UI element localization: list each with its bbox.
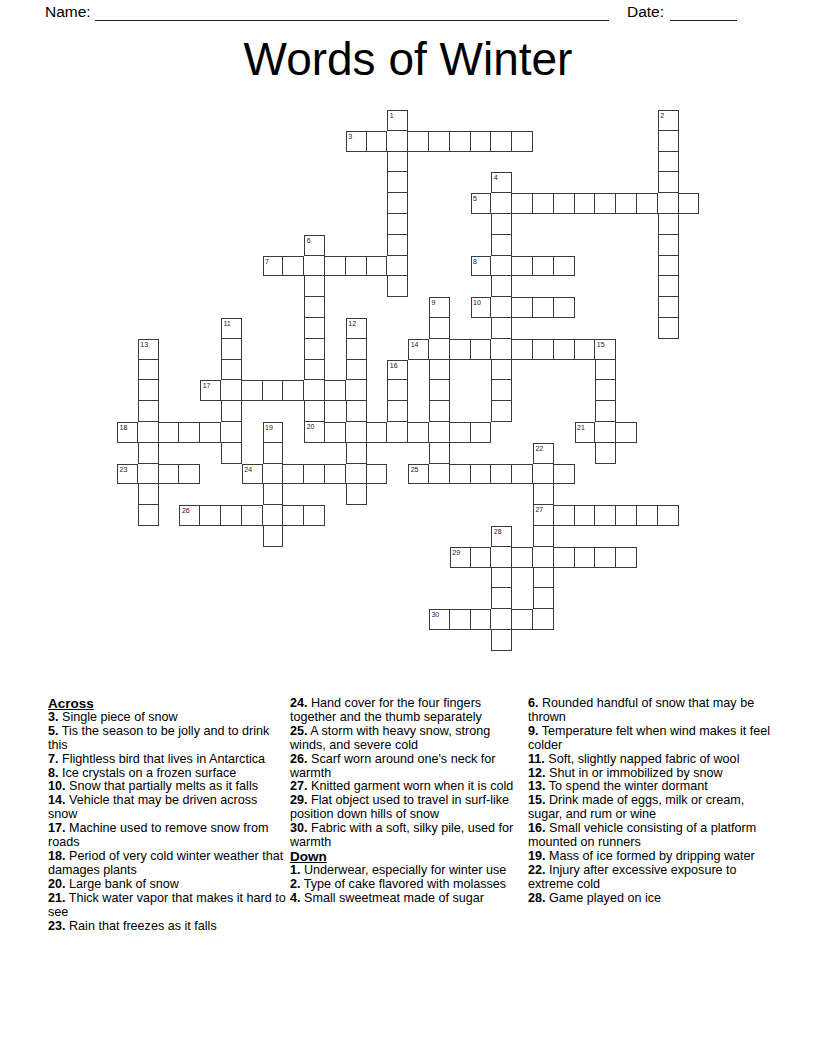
grid-cell[interactable] — [304, 401, 325, 422]
clue-item: 19. Mass of ice formed by dripping water — [528, 850, 774, 864]
grid-cell[interactable] — [429, 401, 450, 422]
clue-item-number: 25. — [290, 724, 308, 738]
grid-cell[interactable] — [533, 464, 554, 485]
clue-number: 5 — [473, 194, 477, 203]
name-input-line[interactable] — [95, 2, 609, 21]
clue-item: 1. Underwear, especially for winter use — [290, 864, 522, 878]
grid-cell[interactable] — [283, 464, 304, 485]
grid-cell[interactable] — [429, 422, 450, 443]
clue-number: 7 — [265, 257, 269, 266]
clue-item-number: 29. — [290, 793, 308, 807]
grid-cell[interactable] — [221, 339, 242, 360]
grid-cell[interactable] — [491, 339, 512, 360]
grid-cell[interactable] — [616, 422, 637, 443]
grid-cell[interactable]: 6 — [304, 235, 325, 256]
clue-column-3: 6. Rounded handful of snow that may be t… — [528, 697, 774, 906]
grid-cell[interactable] — [263, 484, 284, 505]
grid-cell[interactable] — [491, 360, 512, 381]
grid-cell[interactable] — [637, 193, 658, 214]
grid-cell[interactable] — [450, 422, 471, 443]
clue-item-number: 12. — [528, 766, 546, 780]
grid-cell[interactable] — [138, 422, 159, 443]
grid-cell[interactable] — [533, 547, 554, 568]
grid-cell[interactable]: 27 — [533, 505, 554, 526]
grid-cell[interactable] — [616, 547, 637, 568]
grid-cell[interactable] — [450, 609, 471, 630]
clue-item: 4. Small sweetmeat made of sugar — [290, 892, 522, 906]
grid-cell[interactable] — [595, 422, 616, 443]
grid-cell[interactable]: 7 — [263, 256, 284, 277]
clue-number: 2 — [660, 111, 664, 120]
grid-cell[interactable] — [138, 464, 159, 485]
grid-cell[interactable] — [512, 256, 533, 277]
grid-cell[interactable]: 21 — [575, 422, 596, 443]
grid-cell[interactable] — [616, 193, 637, 214]
clue-number: 24 — [244, 465, 252, 474]
clue-item-number: 20. — [48, 877, 66, 891]
grid-cell[interactable] — [512, 464, 533, 485]
grid-cell[interactable] — [387, 172, 408, 193]
clue-number: 20 — [307, 422, 315, 431]
clue-item-number: 1. — [290, 863, 301, 877]
grid-cell[interactable] — [658, 318, 679, 339]
grid-cell[interactable] — [387, 380, 408, 401]
grid-cell[interactable] — [346, 256, 367, 277]
grid-cell[interactable] — [138, 484, 159, 505]
grid-cell[interactable] — [325, 380, 346, 401]
grid-cell[interactable] — [304, 505, 325, 526]
grid-cell[interactable] — [138, 443, 159, 464]
name-label: Name: — [45, 2, 91, 22]
grid-cell[interactable] — [658, 214, 679, 235]
grid-cell[interactable]: 18 — [117, 422, 138, 443]
clue-item: 13. To spend the winter dormant — [528, 780, 774, 794]
clue-item: 24. Hand cover for the four fingers toge… — [290, 697, 522, 725]
grid-cell[interactable] — [242, 380, 263, 401]
grid-cell[interactable] — [346, 422, 367, 443]
grid-cell[interactable] — [491, 401, 512, 422]
grid-cell[interactable] — [221, 422, 242, 443]
clue-item: 7. Flightless bird that lives in Antarct… — [48, 753, 290, 767]
grid-cell[interactable] — [346, 380, 367, 401]
clue-item: 27. Knitted garment worn when it is cold — [290, 780, 522, 794]
grid-cell[interactable] — [325, 256, 346, 277]
clue-item-number: 21. — [48, 891, 66, 905]
grid-cell[interactable] — [429, 443, 450, 464]
clue-item: 17. Machine used to remove snow from roa… — [48, 822, 290, 850]
clue-item: 22. Injury after excessive exposure to e… — [528, 864, 774, 892]
grid-cell[interactable] — [658, 235, 679, 256]
clue-item-number: 2. — [290, 877, 301, 891]
grid-cell[interactable] — [533, 588, 554, 609]
grid-cell[interactable] — [595, 380, 616, 401]
grid-cell[interactable]: 16 — [387, 360, 408, 381]
grid-cell[interactable] — [512, 609, 533, 630]
clue-item: 11. Soft, slightly napped fabric of wool — [528, 753, 774, 767]
grid-cell[interactable]: 5 — [471, 193, 492, 214]
page-title: Words of Winter — [0, 33, 816, 86]
grid-cell[interactable] — [346, 360, 367, 381]
grid-cell[interactable]: 26 — [179, 505, 200, 526]
clues-down-heading: Down — [290, 850, 522, 864]
clue-number: 4 — [494, 173, 498, 182]
clue-item-number: 22. — [528, 863, 546, 877]
clue-item: 9. Temperature felt when wind makes it f… — [528, 725, 774, 753]
grid-cell[interactable] — [179, 422, 200, 443]
clue-item-number: 3. — [48, 710, 59, 724]
clue-number: 6 — [307, 236, 311, 245]
clue-item: 3. Single piece of snow — [48, 711, 290, 725]
clue-number: 19 — [265, 423, 273, 432]
grid-cell[interactable] — [221, 360, 242, 381]
grid-cell[interactable]: 30 — [429, 609, 450, 630]
date-input-line[interactable] — [670, 2, 737, 21]
grid-cell[interactable] — [159, 422, 180, 443]
grid-cell[interactable] — [387, 131, 408, 152]
grid-cell[interactable] — [491, 276, 512, 297]
clue-item-number: 10. — [48, 779, 66, 793]
grid-cell[interactable] — [554, 193, 575, 214]
grid-cell[interactable] — [491, 235, 512, 256]
clue-number: 12 — [348, 319, 356, 328]
grid-cell[interactable] — [595, 193, 616, 214]
grid-cell[interactable] — [595, 401, 616, 422]
grid-cell[interactable] — [595, 547, 616, 568]
clue-number: 18 — [120, 423, 128, 432]
grid-cell[interactable] — [346, 443, 367, 464]
grid-cell[interactable] — [450, 131, 471, 152]
grid-cell[interactable] — [346, 484, 367, 505]
crossword-grid: 1234567891011121314151617181920212223242… — [117, 110, 699, 651]
grid-cell[interactable] — [491, 214, 512, 235]
grid-cell[interactable] — [491, 318, 512, 339]
grid-cell[interactable] — [387, 422, 408, 443]
grid-cell[interactable] — [471, 464, 492, 485]
grid-cell[interactable]: 20 — [304, 422, 325, 443]
clue-item: 29. Flat object used to travel in surf-l… — [290, 794, 522, 822]
grid-cell[interactable] — [491, 380, 512, 401]
grid-cell[interactable] — [263, 443, 284, 464]
clue-number: 27 — [535, 505, 543, 514]
grid-cell[interactable] — [450, 464, 471, 485]
grid-cell[interactable] — [512, 297, 533, 318]
clue-number: 29 — [452, 548, 460, 557]
clue-item: 28. Game played on ice — [528, 892, 774, 906]
clue-item: 2. Type of cake flavored with molasses — [290, 878, 522, 892]
grid-cell[interactable] — [658, 505, 679, 526]
grid-cell[interactable]: 1 — [387, 110, 408, 131]
grid-cell[interactable]: 2 — [658, 110, 679, 131]
clue-item-number: 7. — [48, 752, 59, 766]
grid-cell[interactable] — [429, 318, 450, 339]
grid-cell[interactable] — [304, 380, 325, 401]
clue-item: 20. Large bank of snow — [48, 878, 290, 892]
grid-cell[interactable] — [346, 464, 367, 485]
grid-cell[interactable] — [491, 256, 512, 277]
grid-cell[interactable] — [408, 422, 429, 443]
grid-cell[interactable] — [283, 256, 304, 277]
clue-number: 26 — [182, 506, 190, 515]
grid-cell[interactable] — [554, 256, 575, 277]
clue-number: 13 — [140, 340, 148, 349]
grid-cell[interactable] — [554, 464, 575, 485]
grid-cell[interactable] — [179, 464, 200, 485]
clue-item-number: 15. — [528, 793, 546, 807]
grid-cell[interactable] — [471, 422, 492, 443]
grid-cell[interactable] — [367, 256, 388, 277]
grid-cell[interactable] — [575, 547, 596, 568]
clue-column-1: Across3. Single piece of snow5. Tis the … — [48, 697, 290, 933]
clue-number: 22 — [535, 444, 543, 453]
clue-number: 23 — [120, 465, 128, 474]
grid-cell[interactable] — [283, 380, 304, 401]
grid-cell[interactable]: 22 — [533, 443, 554, 464]
clue-number: 15 — [597, 340, 605, 349]
grid-cell[interactable] — [450, 339, 471, 360]
clue-item-number: 23. — [48, 919, 66, 933]
grid-cell[interactable] — [595, 360, 616, 381]
clue-column-2: 24. Hand cover for the four fingers toge… — [290, 697, 528, 906]
clue-item-number: 9. — [528, 724, 539, 738]
grid-cell[interactable] — [367, 131, 388, 152]
grid-cell[interactable] — [554, 297, 575, 318]
grid-cell[interactable] — [491, 131, 512, 152]
clue-number: 25 — [411, 465, 419, 474]
grid-cell[interactable] — [304, 256, 325, 277]
clue-item-number: 14. — [48, 793, 66, 807]
grid-cell[interactable] — [221, 443, 242, 464]
grid-cell[interactable] — [304, 318, 325, 339]
grid-cell[interactable] — [387, 214, 408, 235]
grid-cell[interactable] — [367, 422, 388, 443]
grid-cell[interactable]: 14 — [408, 339, 429, 360]
grid-cell[interactable] — [491, 568, 512, 589]
grid-cell[interactable] — [304, 464, 325, 485]
grid-cell[interactable] — [533, 484, 554, 505]
grid-cell[interactable]: 12 — [346, 318, 367, 339]
grid-cell[interactable] — [367, 464, 388, 485]
grid-cell[interactable] — [387, 235, 408, 256]
grid-cell[interactable] — [387, 256, 408, 277]
grid-cell[interactable] — [471, 339, 492, 360]
clue-item-number: 24. — [290, 696, 308, 710]
clue-number: 21 — [577, 423, 585, 432]
grid-cell[interactable] — [575, 193, 596, 214]
clue-item: 5. Tis the season to be jolly and to dri… — [48, 725, 290, 753]
clue-item-number: 6. — [528, 696, 539, 710]
grid-cell[interactable]: 4 — [491, 172, 512, 193]
clue-number: 10 — [473, 298, 481, 307]
grid-cell[interactable] — [658, 276, 679, 297]
grid-cell[interactable] — [159, 464, 180, 485]
grid-cell[interactable] — [471, 609, 492, 630]
grid-cell[interactable] — [658, 256, 679, 277]
grid-cell[interactable] — [533, 609, 554, 630]
clue-number: 30 — [431, 610, 439, 619]
clue-item-number: 5. — [48, 724, 59, 738]
grid-cell[interactable] — [491, 297, 512, 318]
grid-cell[interactable] — [429, 464, 450, 485]
clue-item-number: 19. — [528, 849, 546, 863]
clue-item-number: 17. — [48, 821, 66, 835]
grid-cell[interactable] — [512, 339, 533, 360]
grid-cell[interactable] — [533, 339, 554, 360]
clue-number: 9 — [431, 298, 435, 307]
grid-cell[interactable] — [325, 422, 346, 443]
grid-cell[interactable] — [512, 547, 533, 568]
grid-cell[interactable] — [429, 339, 450, 360]
grid-cell[interactable] — [512, 131, 533, 152]
grid-cell[interactable]: 28 — [491, 526, 512, 547]
grid-cell[interactable] — [200, 505, 221, 526]
clue-item: 14. Vehicle that may be driven across sn… — [48, 794, 290, 822]
clue-item-number: 27. — [290, 779, 308, 793]
grid-cell[interactable]: 15 — [595, 339, 616, 360]
grid-cell[interactable] — [138, 380, 159, 401]
clue-number: 17 — [203, 381, 211, 390]
grid-cell[interactable]: 25 — [408, 464, 429, 485]
clue-item-number: 30. — [290, 821, 308, 835]
grid-cell[interactable] — [658, 131, 679, 152]
grid-cell[interactable] — [283, 505, 304, 526]
clue-item: 30. Fabric with a soft, silky pile, used… — [290, 822, 522, 850]
clue-item-number: 8. — [48, 766, 59, 780]
grid-cell[interactable] — [263, 526, 284, 547]
grid-cell[interactable] — [533, 256, 554, 277]
clues-section: Across3. Single piece of snow5. Tis the … — [48, 697, 774, 933]
grid-cell[interactable] — [429, 360, 450, 381]
grid-cell[interactable] — [200, 422, 221, 443]
grid-cell[interactable] — [491, 609, 512, 630]
grid-cell[interactable] — [346, 339, 367, 360]
clue-item: 6. Rounded handful of snow that may be t… — [528, 697, 774, 725]
grid-cell[interactable] — [616, 505, 637, 526]
grid-cell[interactable] — [575, 339, 596, 360]
grid-cell[interactable] — [533, 526, 554, 547]
grid-cell[interactable] — [387, 152, 408, 173]
clue-number: 16 — [390, 361, 398, 370]
grid-cell[interactable] — [387, 401, 408, 422]
clues-across-heading: Across — [48, 697, 290, 711]
grid-cell[interactable]: 9 — [429, 297, 450, 318]
grid-cell[interactable] — [408, 131, 429, 152]
grid-cell[interactable]: 8 — [471, 256, 492, 277]
grid-cell[interactable] — [471, 131, 492, 152]
clue-number: 28 — [494, 527, 502, 536]
clue-item: 23. Rain that freezes as it falls — [48, 920, 290, 934]
clue-item-number: 26. — [290, 752, 308, 766]
grid-cell[interactable] — [491, 464, 512, 485]
clue-item: 25. A storm with heavy snow, strong wind… — [290, 725, 522, 753]
grid-cell[interactable] — [533, 193, 554, 214]
clue-number: 1 — [390, 111, 394, 120]
clue-item: 12. Shut in or immobilized by snow — [528, 767, 774, 781]
clue-number: 8 — [473, 257, 477, 266]
clue-item-number: 4. — [290, 891, 301, 905]
grid-cell[interactable] — [304, 360, 325, 381]
grid-cell[interactable] — [138, 505, 159, 526]
grid-cell[interactable] — [491, 547, 512, 568]
clue-item: 18. Period of very cold winter weather t… — [48, 850, 290, 878]
grid-cell[interactable] — [263, 464, 284, 485]
clue-item: 16. Small vehicle consisting of a platfo… — [528, 822, 774, 850]
grid-cell[interactable] — [304, 339, 325, 360]
grid-cell[interactable] — [491, 630, 512, 651]
grid-cell[interactable] — [221, 380, 242, 401]
clue-item-number: 28. — [528, 891, 546, 905]
grid-cell[interactable] — [387, 276, 408, 297]
grid-cell[interactable]: 29 — [450, 547, 471, 568]
grid-cell[interactable] — [429, 131, 450, 152]
grid-cell[interactable] — [554, 505, 575, 526]
grid-cell[interactable]: 17 — [200, 380, 221, 401]
grid-cell[interactable]: 3 — [346, 131, 367, 152]
grid-cell[interactable]: 10 — [471, 297, 492, 318]
grid-cell[interactable] — [387, 193, 408, 214]
grid-cell[interactable] — [304, 276, 325, 297]
grid-cell[interactable] — [263, 505, 284, 526]
grid-cell[interactable]: 23 — [117, 464, 138, 485]
grid-cell[interactable] — [533, 568, 554, 589]
clue-item: 26. Scarf worn around one's neck for war… — [290, 753, 522, 781]
grid-cell[interactable]: 13 — [138, 339, 159, 360]
clue-item: 8. Ice crystals on a frozen surface — [48, 767, 290, 781]
grid-cell[interactable] — [533, 297, 554, 318]
grid-cell[interactable] — [512, 193, 533, 214]
clue-number: 3 — [348, 132, 352, 141]
grid-cell[interactable] — [658, 152, 679, 173]
grid-cell[interactable]: 19 — [263, 422, 284, 443]
grid-cell[interactable] — [221, 401, 242, 422]
grid-cell[interactable] — [554, 547, 575, 568]
grid-cell[interactable] — [138, 360, 159, 381]
grid-cell[interactable] — [658, 172, 679, 193]
clue-number: 14 — [411, 340, 419, 349]
grid-cell[interactable] — [346, 401, 367, 422]
grid-cell[interactable] — [491, 193, 512, 214]
clue-item-number: 18. — [48, 849, 66, 863]
grid-cell[interactable] — [658, 297, 679, 318]
grid-cell[interactable] — [429, 380, 450, 401]
grid-cell[interactable] — [325, 464, 346, 485]
clue-item-number: 16. — [528, 821, 546, 835]
grid-cell[interactable] — [595, 443, 616, 464]
clue-item-number: 11. — [528, 752, 545, 766]
grid-cell[interactable] — [491, 588, 512, 609]
grid-cell[interactable] — [304, 297, 325, 318]
grid-cell[interactable] — [575, 505, 596, 526]
grid-cell[interactable] — [263, 380, 284, 401]
grid-cell[interactable] — [658, 193, 679, 214]
grid-cell[interactable]: 11 — [221, 318, 242, 339]
grid-cell[interactable] — [471, 547, 492, 568]
grid-cell[interactable] — [679, 193, 700, 214]
grid-cell[interactable]: 24 — [242, 464, 263, 485]
grid-cell[interactable] — [595, 505, 616, 526]
clue-item: 10. Snow that partially melts as it fall… — [48, 780, 290, 794]
grid-cell[interactable] — [242, 505, 263, 526]
grid-cell[interactable] — [554, 339, 575, 360]
grid-cell[interactable] — [637, 505, 658, 526]
grid-cell[interactable] — [221, 505, 242, 526]
crossword-worksheet-page: Name: Date: Words of Winter 123456789101… — [0, 0, 816, 1056]
clue-number: 11 — [223, 319, 230, 328]
grid-cell[interactable] — [138, 401, 159, 422]
date-label: Date: — [627, 2, 664, 22]
clue-item: 15. Drink made of eggs, milk or cream, s… — [528, 794, 774, 822]
clue-item-number: 13. — [528, 779, 546, 793]
clue-item: 21. Thick water vapor that makes it hard… — [48, 892, 290, 920]
